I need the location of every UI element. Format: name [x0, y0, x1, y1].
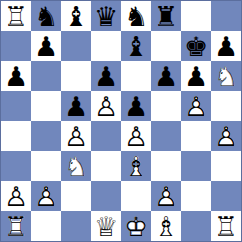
square-f5[interactable]	[151, 91, 181, 121]
white-pawn-piece[interactable]: ♟♙	[91, 91, 121, 121]
piece-outline-glyph: ♙	[154, 183, 178, 210]
black-knight-piece[interactable]: ♞	[121, 1, 151, 31]
square-b1[interactable]	[31, 211, 61, 241]
square-e5[interactable]: ♟	[121, 91, 151, 121]
square-g3[interactable]	[181, 151, 211, 181]
square-b4[interactable]	[31, 121, 61, 151]
square-c4[interactable]: ♟♙	[61, 121, 91, 151]
square-e7[interactable]: ♝	[121, 31, 151, 61]
chess-board-container: ♜♖♞♝♛♞♜♟♝♚♟♟♟♟♟♞♘♟♟♙♟♟♙♟♙♟♙♟♙♞♘♝♗♟♙♟♙♟♙♜…	[0, 0, 242, 242]
square-f6[interactable]: ♟	[151, 61, 181, 91]
square-h4[interactable]: ♟♙	[211, 121, 241, 151]
black-king-piece[interactable]: ♚	[181, 31, 211, 61]
square-a2[interactable]: ♟♙	[1, 181, 31, 211]
square-b8[interactable]: ♞	[31, 1, 61, 31]
square-a8[interactable]: ♜♖	[1, 1, 31, 31]
square-c5[interactable]: ♟	[61, 91, 91, 121]
square-e4[interactable]: ♟♙	[121, 121, 151, 151]
piece-outline-glyph: ♙	[64, 123, 88, 150]
white-bishop-piece[interactable]: ♝♗	[151, 211, 181, 241]
square-g4[interactable]	[181, 121, 211, 151]
black-bishop-piece[interactable]: ♝	[121, 31, 151, 61]
square-g8[interactable]	[181, 1, 211, 31]
piece-outline-glyph: ♙	[214, 123, 238, 150]
square-g2[interactable]	[181, 181, 211, 211]
piece-outline-glyph: ♙	[94, 93, 118, 120]
square-a4[interactable]	[1, 121, 31, 151]
piece-outline-glyph: ♕	[94, 213, 118, 240]
piece-glyph: ♛	[94, 3, 118, 30]
black-pawn-piece[interactable]: ♟	[1, 61, 31, 91]
square-f2[interactable]: ♟♙	[151, 181, 181, 211]
square-d6[interactable]: ♟	[91, 61, 121, 91]
square-h6[interactable]: ♞♘	[211, 61, 241, 91]
white-rook-piece[interactable]: ♜♖	[1, 211, 31, 241]
piece-glyph: ♟	[94, 63, 118, 90]
square-e6[interactable]	[121, 61, 151, 91]
square-e1[interactable]: ♚♔	[121, 211, 151, 241]
piece-glyph: ♜	[154, 3, 178, 30]
square-h3[interactable]	[211, 151, 241, 181]
square-b7[interactable]: ♟	[31, 31, 61, 61]
square-e8[interactable]: ♞	[121, 1, 151, 31]
piece-glyph: ♟	[64, 93, 88, 120]
piece-outline-glyph: ♙	[184, 93, 208, 120]
black-knight-piece[interactable]: ♞	[31, 1, 61, 31]
square-d8[interactable]: ♛	[91, 1, 121, 31]
square-d2[interactable]	[91, 181, 121, 211]
piece-glyph: ♝	[124, 33, 148, 60]
square-a1[interactable]: ♜♖	[1, 211, 31, 241]
piece-outline-glyph: ♖	[4, 3, 28, 30]
square-f3[interactable]	[151, 151, 181, 181]
square-f7[interactable]	[151, 31, 181, 61]
black-pawn-piece[interactable]: ♟	[151, 61, 181, 91]
white-pawn-piece[interactable]: ♟♙	[121, 121, 151, 151]
piece-outline-glyph: ♖	[4, 213, 28, 240]
square-c2[interactable]	[61, 181, 91, 211]
white-pawn-piece[interactable]: ♟♙	[1, 181, 31, 211]
square-g7[interactable]: ♚	[181, 31, 211, 61]
white-pawn-piece[interactable]: ♟♙	[181, 91, 211, 121]
square-f4[interactable]	[151, 121, 181, 151]
white-knight-piece[interactable]: ♞♘	[211, 61, 241, 91]
square-a6[interactable]: ♟	[1, 61, 31, 91]
square-h5[interactable]	[211, 91, 241, 121]
square-d7[interactable]	[91, 31, 121, 61]
black-pawn-piece[interactable]: ♟	[31, 31, 61, 61]
piece-glyph: ♟	[154, 63, 178, 90]
piece-glyph: ♝	[64, 3, 88, 30]
white-pawn-piece[interactable]: ♟♙	[211, 121, 241, 151]
black-pawn-piece[interactable]: ♟	[211, 31, 241, 61]
square-g6[interactable]: ♟	[181, 61, 211, 91]
piece-outline-glyph: ♙	[34, 183, 58, 210]
square-b5[interactable]	[31, 91, 61, 121]
square-e2[interactable]	[121, 181, 151, 211]
square-g1[interactable]	[181, 211, 211, 241]
piece-outline-glyph: ♙	[124, 123, 148, 150]
black-pawn-piece[interactable]: ♟	[61, 91, 91, 121]
square-d3[interactable]	[91, 151, 121, 181]
white-knight-piece[interactable]: ♞♘	[61, 151, 91, 181]
white-pawn-piece[interactable]: ♟♙	[31, 181, 61, 211]
piece-glyph: ♟	[4, 63, 28, 90]
square-f8[interactable]: ♜	[151, 1, 181, 31]
square-c3[interactable]: ♞♘	[61, 151, 91, 181]
square-d4[interactable]	[91, 121, 121, 151]
square-g5[interactable]: ♟♙	[181, 91, 211, 121]
square-a3[interactable]	[1, 151, 31, 181]
chess-board: ♜♖♞♝♛♞♜♟♝♚♟♟♟♟♟♞♘♟♟♙♟♟♙♟♙♟♙♟♙♞♘♝♗♟♙♟♙♟♙♜…	[0, 0, 242, 242]
square-h7[interactable]: ♟	[211, 31, 241, 61]
piece-glyph: ♟	[184, 63, 208, 90]
square-a5[interactable]	[1, 91, 31, 121]
square-f1[interactable]: ♝♗	[151, 211, 181, 241]
piece-glyph: ♟	[124, 93, 148, 120]
piece-glyph: ♞	[124, 3, 148, 30]
piece-glyph: ♞	[34, 3, 58, 30]
square-c1[interactable]	[61, 211, 91, 241]
piece-outline-glyph: ♘	[64, 153, 88, 180]
white-pawn-piece[interactable]: ♟♙	[61, 121, 91, 151]
piece-glyph: ♟	[34, 33, 58, 60]
square-a7[interactable]	[1, 31, 31, 61]
black-rook-piece[interactable]: ♜	[151, 1, 181, 31]
square-h1[interactable]: ♜♖	[211, 211, 241, 241]
black-queen-piece[interactable]: ♛	[91, 1, 121, 31]
square-h8[interactable]	[211, 1, 241, 31]
square-h2[interactable]	[211, 181, 241, 211]
white-rook-piece[interactable]: ♜♖	[1, 1, 31, 31]
piece-glyph: ♚	[184, 33, 208, 60]
square-b6[interactable]	[31, 61, 61, 91]
white-queen-piece[interactable]: ♛♕	[91, 211, 121, 241]
black-bishop-piece[interactable]: ♝	[61, 1, 91, 31]
white-bishop-piece[interactable]: ♝♗	[121, 151, 151, 181]
white-rook-piece[interactable]: ♜♖	[211, 211, 241, 241]
piece-glyph: ♟	[214, 33, 238, 60]
black-pawn-piece[interactable]: ♟	[121, 91, 151, 121]
square-c6[interactable]	[61, 61, 91, 91]
square-e3[interactable]: ♝♗	[121, 151, 151, 181]
square-b2[interactable]: ♟♙	[31, 181, 61, 211]
square-d5[interactable]: ♟♙	[91, 91, 121, 121]
square-b3[interactable]	[31, 151, 61, 181]
piece-outline-glyph: ♙	[4, 183, 28, 210]
black-pawn-piece[interactable]: ♟	[91, 61, 121, 91]
piece-outline-glyph: ♗	[154, 213, 178, 240]
square-c8[interactable]: ♝	[61, 1, 91, 31]
white-pawn-piece[interactable]: ♟♙	[151, 181, 181, 211]
white-king-piece[interactable]: ♚♔	[121, 211, 151, 241]
square-d1[interactable]: ♛♕	[91, 211, 121, 241]
piece-outline-glyph: ♘	[214, 63, 238, 90]
black-pawn-piece[interactable]: ♟	[181, 61, 211, 91]
piece-outline-glyph: ♔	[124, 213, 148, 240]
piece-outline-glyph: ♗	[124, 153, 148, 180]
square-c7[interactable]	[61, 31, 91, 61]
piece-outline-glyph: ♖	[214, 213, 238, 240]
